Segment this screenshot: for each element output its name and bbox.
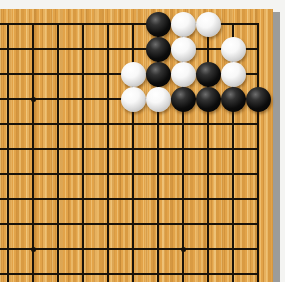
intersection-M11[interactable] [71,212,96,237]
intersection-R11[interactable] [196,212,221,237]
intersection-L13[interactable] [46,162,71,187]
intersection-K16[interactable] [21,87,46,112]
black-stone-P17 [146,62,171,87]
intersection-L14[interactable] [46,137,71,162]
intersection-N14[interactable] [96,137,121,162]
intersection-Q10[interactable] [171,237,196,262]
intersection-P14[interactable] [146,137,171,162]
intersection-O12[interactable] [121,187,146,212]
intersection-R16[interactable] [196,87,221,112]
intersection-K13[interactable] [21,162,46,187]
intersection-K9[interactable] [21,262,46,282]
intersection-R15[interactable] [196,112,221,137]
intersection-O11[interactable] [121,212,146,237]
intersection-S9[interactable] [221,262,246,282]
intersection-S14[interactable] [221,137,246,162]
intersection-L9[interactable] [46,262,71,282]
intersection-L15[interactable] [46,112,71,137]
intersection-K10[interactable] [21,237,46,262]
black-stone-P18 [146,37,171,62]
intersection-J16[interactable] [0,87,21,112]
intersection-R13[interactable] [196,162,221,187]
intersection-S11[interactable] [221,212,246,237]
intersection-L11[interactable] [46,212,71,237]
white-stone-Q18 [171,37,196,62]
intersection-Q19[interactable] [171,12,196,37]
intersection-P18[interactable] [146,37,171,62]
intersection-J9[interactable] [0,262,21,282]
intersection-P17[interactable] [146,62,171,87]
intersection-L16[interactable] [46,87,71,112]
intersection-O13[interactable] [121,162,146,187]
black-stone-R16 [196,87,221,112]
intersection-N12[interactable] [96,187,121,212]
intersection-M15[interactable] [71,112,96,137]
intersection-O9[interactable] [121,262,146,282]
intersection-K12[interactable] [21,187,46,212]
intersection-J11[interactable] [0,212,21,237]
intersection-L19[interactable] [46,12,71,37]
intersection-M18[interactable] [71,37,96,62]
intersection-M17[interactable] [71,62,96,87]
intersection-P15[interactable] [146,112,171,137]
intersection-T10[interactable] [246,237,271,262]
intersection-P9[interactable] [146,262,171,282]
black-stone-Q16 [171,87,196,112]
black-stone-P19 [146,12,171,37]
intersection-Q15[interactable] [171,112,196,137]
intersection-P13[interactable] [146,162,171,187]
intersection-J14[interactable] [0,137,21,162]
intersection-T16[interactable] [246,87,271,112]
black-stone-R17 [196,62,221,87]
intersection-J15[interactable] [0,112,21,137]
intersection-P11[interactable] [146,212,171,237]
intersection-Q9[interactable] [171,262,196,282]
intersection-P19[interactable] [146,12,171,37]
star-point-K16 [31,97,36,102]
intersection-S19[interactable] [221,12,246,37]
intersection-R19[interactable] [196,12,221,37]
intersection-T14[interactable] [246,137,271,162]
intersection-M9[interactable] [71,262,96,282]
board-drop-shadow [273,12,280,282]
intersection-O17[interactable] [121,62,146,87]
intersection-N13[interactable] [96,162,121,187]
intersection-T17[interactable] [246,62,271,87]
intersection-Q17[interactable] [171,62,196,87]
intersection-S17[interactable] [221,62,246,87]
white-stone-O16 [121,87,146,112]
intersection-T19[interactable] [246,12,271,37]
intersection-K19[interactable] [21,12,46,37]
intersection-O15[interactable] [121,112,146,137]
black-stone-T16 [246,87,271,112]
intersection-S10[interactable] [221,237,246,262]
intersection-R18[interactable] [196,37,221,62]
intersection-L12[interactable] [46,187,71,212]
intersection-T9[interactable] [246,262,271,282]
intersection-M12[interactable] [71,187,96,212]
intersection-Q11[interactable] [171,212,196,237]
goban-grid [0,12,271,282]
intersection-L10[interactable] [46,237,71,262]
intersection-R10[interactable] [196,237,221,262]
intersection-N17[interactable] [96,62,121,87]
white-stone-Q19 [171,12,196,37]
intersection-P12[interactable] [146,187,171,212]
white-stone-S18 [221,37,246,62]
intersection-K14[interactable] [21,137,46,162]
go-app-screen [0,0,285,282]
intersection-J13[interactable] [0,162,21,187]
intersection-Q18[interactable] [171,37,196,62]
intersection-Q13[interactable] [171,162,196,187]
intersection-O19[interactable] [121,12,146,37]
intersection-J12[interactable] [0,187,21,212]
intersection-O16[interactable] [121,87,146,112]
intersection-K11[interactable] [21,212,46,237]
intersection-O10[interactable] [121,237,146,262]
white-stone-S17 [221,62,246,87]
intersection-T13[interactable] [246,162,271,187]
intersection-K15[interactable] [21,112,46,137]
intersection-R17[interactable] [196,62,221,87]
intersection-Q16[interactable] [171,87,196,112]
white-stone-P16 [146,87,171,112]
intersection-N16[interactable] [96,87,121,112]
intersection-T12[interactable] [246,187,271,212]
intersection-T18[interactable] [246,37,271,62]
star-point-Q10 [181,247,186,252]
intersection-S13[interactable] [221,162,246,187]
intersection-Q14[interactable] [171,137,196,162]
intersection-S12[interactable] [221,187,246,212]
white-stone-Q17 [171,62,196,87]
star-point-K10 [31,247,36,252]
intersection-R9[interactable] [196,262,221,282]
intersection-L18[interactable] [46,37,71,62]
intersection-J17[interactable] [0,62,21,87]
intersection-P16[interactable] [146,87,171,112]
intersection-J19[interactable] [0,12,21,37]
intersection-J18[interactable] [0,37,21,62]
intersection-K18[interactable] [21,37,46,62]
intersection-S16[interactable] [221,87,246,112]
intersection-R12[interactable] [196,187,221,212]
intersection-M14[interactable] [71,137,96,162]
intersection-K17[interactable] [21,62,46,87]
intersection-M13[interactable] [71,162,96,187]
white-stone-R19 [196,12,221,37]
intersection-O18[interactable] [121,37,146,62]
intersection-J10[interactable] [0,237,21,262]
intersection-R14[interactable] [196,137,221,162]
intersection-T11[interactable] [246,212,271,237]
intersection-O14[interactable] [121,137,146,162]
intersection-S15[interactable] [221,112,246,137]
intersection-N10[interactable] [96,237,121,262]
intersection-N18[interactable] [96,37,121,62]
intersection-N9[interactable] [96,262,121,282]
intersection-M16[interactable] [71,87,96,112]
intersection-S18[interactable] [221,37,246,62]
intersection-N19[interactable] [96,12,121,37]
intersection-Q12[interactable] [171,187,196,212]
intersection-N11[interactable] [96,212,121,237]
white-stone-O17 [121,62,146,87]
intersection-M10[interactable] [71,237,96,262]
intersection-P10[interactable] [146,237,171,262]
intersection-N15[interactable] [96,112,121,137]
intersection-M19[interactable] [71,12,96,37]
intersection-T15[interactable] [246,112,271,137]
black-stone-S16 [221,87,246,112]
intersection-L17[interactable] [46,62,71,87]
